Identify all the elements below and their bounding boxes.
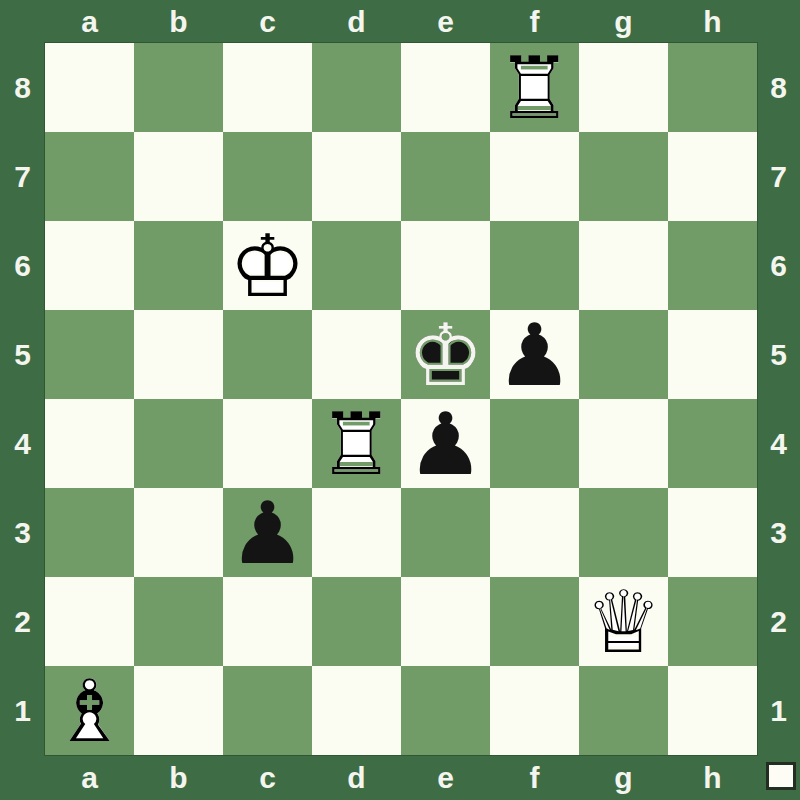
square-c6[interactable]: ♚♔ (223, 221, 312, 310)
square-f1[interactable] (490, 666, 579, 755)
white-queen: ♛♕ (579, 577, 668, 666)
rank-label-right-7: 7 (757, 132, 800, 221)
square-g2[interactable]: ♛♕ (579, 577, 668, 666)
black-pawn-body: ♟ (490, 310, 579, 399)
square-h7[interactable] (668, 132, 757, 221)
rank-label-right-8: 8 (757, 43, 800, 132)
square-g7[interactable] (579, 132, 668, 221)
square-a2[interactable] (45, 577, 134, 666)
rank-label-left-7: 7 (0, 132, 45, 221)
file-label-bottom-c: c (223, 755, 312, 800)
square-h5[interactable] (668, 310, 757, 399)
rank-label-right-2: 2 (757, 577, 800, 666)
square-g5[interactable] (579, 310, 668, 399)
square-d2[interactable] (312, 577, 401, 666)
square-b7[interactable] (134, 132, 223, 221)
square-f3[interactable] (490, 488, 579, 577)
square-b8[interactable] (134, 43, 223, 132)
black-pawn: ♟ (401, 399, 490, 488)
square-h2[interactable] (668, 577, 757, 666)
white-rook-outline: ♖ (490, 43, 579, 132)
white-queen-outline: ♕ (579, 577, 668, 666)
file-label-bottom-g: g (579, 755, 668, 800)
square-a1[interactable]: ♝♗ (45, 666, 134, 755)
file-label-top-f: f (490, 0, 579, 43)
white-king: ♚♔ (223, 221, 312, 310)
chess-board: ♜♖♚♔♚♔♟♜♖♟♟♛♕♝♗ (45, 43, 757, 755)
square-e5[interactable]: ♚♔ (401, 310, 490, 399)
rank-labels-right: 87654321 (757, 43, 800, 755)
black-pawn: ♟ (223, 488, 312, 577)
square-d1[interactable] (312, 666, 401, 755)
square-e3[interactable] (401, 488, 490, 577)
file-labels-bottom: abcdefgh (45, 755, 757, 800)
white-bishop-outline: ♗ (45, 666, 134, 755)
square-f2[interactable] (490, 577, 579, 666)
square-f5[interactable]: ♟ (490, 310, 579, 399)
square-e4[interactable]: ♟ (401, 399, 490, 488)
square-a6[interactable] (45, 221, 134, 310)
square-c8[interactable] (223, 43, 312, 132)
white-rook: ♜♖ (490, 43, 579, 132)
square-a7[interactable] (45, 132, 134, 221)
square-a5[interactable] (45, 310, 134, 399)
square-a8[interactable] (45, 43, 134, 132)
square-b3[interactable] (134, 488, 223, 577)
square-d6[interactable] (312, 221, 401, 310)
white-rook-outline: ♖ (312, 399, 401, 488)
square-e2[interactable] (401, 577, 490, 666)
white-rook: ♜♖ (312, 399, 401, 488)
rank-label-right-1: 1 (757, 666, 800, 755)
square-f6[interactable] (490, 221, 579, 310)
file-label-bottom-e: e (401, 755, 490, 800)
square-e8[interactable] (401, 43, 490, 132)
file-label-top-c: c (223, 0, 312, 43)
square-c1[interactable] (223, 666, 312, 755)
square-d3[interactable] (312, 488, 401, 577)
rank-label-left-1: 1 (0, 666, 45, 755)
rank-label-right-5: 5 (757, 310, 800, 399)
square-h3[interactable] (668, 488, 757, 577)
file-label-top-h: h (668, 0, 757, 43)
square-g6[interactable] (579, 221, 668, 310)
square-e1[interactable] (401, 666, 490, 755)
square-b5[interactable] (134, 310, 223, 399)
square-g1[interactable] (579, 666, 668, 755)
rank-label-right-4: 4 (757, 399, 800, 488)
square-b2[interactable] (134, 577, 223, 666)
white-to-move-indicator (766, 762, 796, 790)
square-c4[interactable] (223, 399, 312, 488)
black-king-outline: ♔ (401, 310, 490, 399)
black-pawn-body: ♟ (223, 488, 312, 577)
square-b1[interactable] (134, 666, 223, 755)
square-h8[interactable] (668, 43, 757, 132)
square-h4[interactable] (668, 399, 757, 488)
square-c5[interactable] (223, 310, 312, 399)
square-d7[interactable] (312, 132, 401, 221)
file-label-top-e: e (401, 0, 490, 43)
file-label-bottom-h: h (668, 755, 757, 800)
square-d8[interactable] (312, 43, 401, 132)
square-b4[interactable] (134, 399, 223, 488)
square-h1[interactable] (668, 666, 757, 755)
square-g4[interactable] (579, 399, 668, 488)
square-c2[interactable] (223, 577, 312, 666)
square-e7[interactable] (401, 132, 490, 221)
square-g8[interactable] (579, 43, 668, 132)
rank-label-left-6: 6 (0, 221, 45, 310)
file-label-bottom-a: a (45, 755, 134, 800)
white-bishop: ♝♗ (45, 666, 134, 755)
square-h6[interactable] (668, 221, 757, 310)
file-label-bottom-f: f (490, 755, 579, 800)
black-king: ♚♔ (401, 310, 490, 399)
square-e6[interactable] (401, 221, 490, 310)
square-c3[interactable]: ♟ (223, 488, 312, 577)
square-a3[interactable] (45, 488, 134, 577)
black-pawn-body: ♟ (401, 399, 490, 488)
white-king-outline: ♔ (223, 221, 312, 310)
square-c7[interactable] (223, 132, 312, 221)
rank-label-left-3: 3 (0, 488, 45, 577)
rank-label-right-6: 6 (757, 221, 800, 310)
file-label-bottom-b: b (134, 755, 223, 800)
square-d4[interactable]: ♜♖ (312, 399, 401, 488)
rank-labels-left: 87654321 (0, 43, 45, 755)
file-label-top-d: d (312, 0, 401, 43)
rank-label-left-8: 8 (0, 43, 45, 132)
black-pawn: ♟ (490, 310, 579, 399)
square-b6[interactable] (134, 221, 223, 310)
file-labels-top: abcdefgh (45, 0, 757, 43)
square-f8[interactable]: ♜♖ (490, 43, 579, 132)
rank-label-left-2: 2 (0, 577, 45, 666)
rank-label-left-4: 4 (0, 399, 45, 488)
square-d5[interactable] (312, 310, 401, 399)
chessboard-frame: abcdefgh abcdefgh 87654321 87654321 ♜♖♚♔… (0, 0, 800, 800)
square-f4[interactable] (490, 399, 579, 488)
file-label-top-g: g (579, 0, 668, 43)
square-a4[interactable] (45, 399, 134, 488)
file-label-top-b: b (134, 0, 223, 43)
file-label-bottom-d: d (312, 755, 401, 800)
square-g3[interactable] (579, 488, 668, 577)
rank-label-left-5: 5 (0, 310, 45, 399)
square-f7[interactable] (490, 132, 579, 221)
file-label-top-a: a (45, 0, 134, 43)
rank-label-right-3: 3 (757, 488, 800, 577)
